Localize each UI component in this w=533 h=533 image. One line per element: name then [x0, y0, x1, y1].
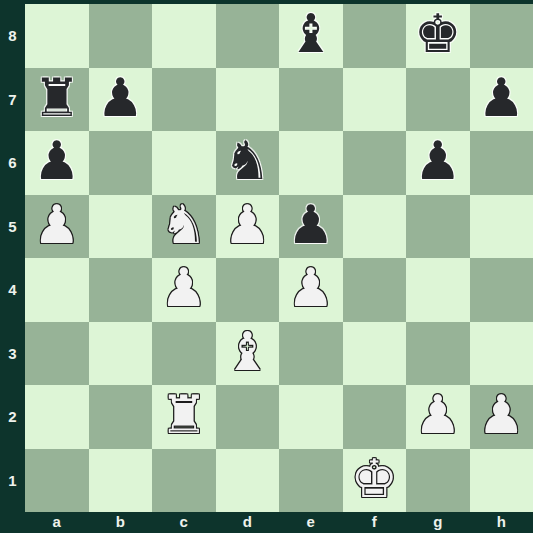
- piece-black-pawn-e5[interactable]: ♟: [287, 198, 335, 251]
- square-h4[interactable]: [470, 258, 533, 322]
- piece-black-bishop-e8[interactable]: ♝: [287, 7, 335, 60]
- square-e5[interactable]: ♟: [279, 195, 343, 259]
- square-b7[interactable]: ♟: [89, 68, 153, 132]
- file-label-a: a: [25, 512, 89, 533]
- square-c7[interactable]: [152, 68, 216, 132]
- square-g7[interactable]: [406, 68, 470, 132]
- square-h1[interactable]: [470, 449, 533, 513]
- square-h6[interactable]: [470, 131, 533, 195]
- square-b4[interactable]: [89, 258, 153, 322]
- file-label-f: f: [343, 512, 407, 533]
- square-e2[interactable]: [279, 385, 343, 449]
- rank-label-4: 4: [0, 258, 25, 322]
- square-g4[interactable]: [406, 258, 470, 322]
- square-d5[interactable]: ♟: [216, 195, 280, 259]
- square-g1[interactable]: [406, 449, 470, 513]
- rank-label-6: 6: [0, 131, 25, 195]
- chess-board: ♝♚♜♟♟♟♞♟♟♞♟♟♟♟♝♜♟♟♚: [25, 4, 533, 512]
- piece-white-pawn-g2[interactable]: ♟: [414, 388, 462, 441]
- square-c8[interactable]: [152, 4, 216, 68]
- square-e6[interactable]: [279, 131, 343, 195]
- piece-white-pawn-d5[interactable]: ♟: [223, 198, 271, 251]
- square-a1[interactable]: [25, 449, 89, 513]
- square-g3[interactable]: [406, 322, 470, 386]
- square-a3[interactable]: [25, 322, 89, 386]
- rank-label-1: 1: [0, 449, 25, 513]
- file-label-g: g: [406, 512, 470, 533]
- piece-white-rook-c2[interactable]: ♜: [160, 388, 208, 441]
- square-e7[interactable]: [279, 68, 343, 132]
- square-g6[interactable]: ♟: [406, 131, 470, 195]
- square-e1[interactable]: [279, 449, 343, 513]
- square-e8[interactable]: ♝: [279, 4, 343, 68]
- square-g8[interactable]: ♚: [406, 4, 470, 68]
- square-c6[interactable]: [152, 131, 216, 195]
- square-g5[interactable]: [406, 195, 470, 259]
- square-h2[interactable]: ♟: [470, 385, 533, 449]
- piece-white-knight-c5[interactable]: ♞: [160, 198, 208, 251]
- rank-label-5: 5: [0, 195, 25, 259]
- piece-white-king-f1[interactable]: ♚: [350, 452, 398, 505]
- rank-label-2: 2: [0, 385, 25, 449]
- file-labels: abcdefgh: [25, 512, 533, 533]
- square-d6[interactable]: ♞: [216, 131, 280, 195]
- square-d3[interactable]: ♝: [216, 322, 280, 386]
- square-b5[interactable]: [89, 195, 153, 259]
- square-f8[interactable]: [343, 4, 407, 68]
- square-a2[interactable]: [25, 385, 89, 449]
- square-d1[interactable]: [216, 449, 280, 513]
- piece-white-pawn-e4[interactable]: ♟: [287, 261, 335, 314]
- square-e4[interactable]: ♟: [279, 258, 343, 322]
- piece-white-bishop-d3[interactable]: ♝: [223, 325, 271, 378]
- square-a6[interactable]: ♟: [25, 131, 89, 195]
- piece-black-knight-d6[interactable]: ♞: [223, 134, 271, 187]
- square-a5[interactable]: ♟: [25, 195, 89, 259]
- file-label-c: c: [152, 512, 216, 533]
- square-f4[interactable]: [343, 258, 407, 322]
- square-c2[interactable]: ♜: [152, 385, 216, 449]
- chess-board-frame: 87654321 ♝♚♜♟♟♟♞♟♟♞♟♟♟♟♝♜♟♟♚ abcdefgh: [0, 0, 533, 533]
- file-label-h: h: [470, 512, 533, 533]
- square-d8[interactable]: [216, 4, 280, 68]
- square-f3[interactable]: [343, 322, 407, 386]
- square-d4[interactable]: [216, 258, 280, 322]
- square-b6[interactable]: [89, 131, 153, 195]
- square-h7[interactable]: ♟: [470, 68, 533, 132]
- rank-label-3: 3: [0, 322, 25, 386]
- rank-labels: 87654321: [0, 4, 25, 512]
- square-c3[interactable]: [152, 322, 216, 386]
- square-e3[interactable]: [279, 322, 343, 386]
- square-g2[interactable]: ♟: [406, 385, 470, 449]
- square-f6[interactable]: [343, 131, 407, 195]
- file-label-d: d: [216, 512, 280, 533]
- square-f1[interactable]: ♚: [343, 449, 407, 513]
- square-c5[interactable]: ♞: [152, 195, 216, 259]
- piece-black-rook-a7[interactable]: ♜: [33, 71, 81, 124]
- square-a4[interactable]: [25, 258, 89, 322]
- square-c1[interactable]: [152, 449, 216, 513]
- square-f5[interactable]: [343, 195, 407, 259]
- square-f2[interactable]: [343, 385, 407, 449]
- file-label-e: e: [279, 512, 343, 533]
- square-a7[interactable]: ♜: [25, 68, 89, 132]
- square-h5[interactable]: [470, 195, 533, 259]
- square-b2[interactable]: [89, 385, 153, 449]
- square-d7[interactable]: [216, 68, 280, 132]
- square-b1[interactable]: [89, 449, 153, 513]
- rank-label-7: 7: [0, 68, 25, 132]
- piece-black-pawn-h7[interactable]: ♟: [477, 71, 525, 124]
- piece-black-pawn-g6[interactable]: ♟: [414, 134, 462, 187]
- square-b8[interactable]: [89, 4, 153, 68]
- piece-white-pawn-a5[interactable]: ♟: [33, 198, 81, 251]
- piece-black-king-g8[interactable]: ♚: [414, 7, 462, 60]
- piece-black-pawn-b7[interactable]: ♟: [96, 71, 144, 124]
- file-label-b: b: [89, 512, 153, 533]
- piece-white-pawn-c4[interactable]: ♟: [160, 261, 208, 314]
- square-b3[interactable]: [89, 322, 153, 386]
- piece-white-pawn-h2[interactable]: ♟: [477, 388, 525, 441]
- square-h3[interactable]: [470, 322, 533, 386]
- rank-label-8: 8: [0, 4, 25, 68]
- square-h8[interactable]: [470, 4, 533, 68]
- square-f7[interactable]: [343, 68, 407, 132]
- square-a8[interactable]: [25, 4, 89, 68]
- square-c4[interactable]: ♟: [152, 258, 216, 322]
- piece-black-pawn-a6[interactable]: ♟: [33, 134, 81, 187]
- square-d2[interactable]: [216, 385, 280, 449]
